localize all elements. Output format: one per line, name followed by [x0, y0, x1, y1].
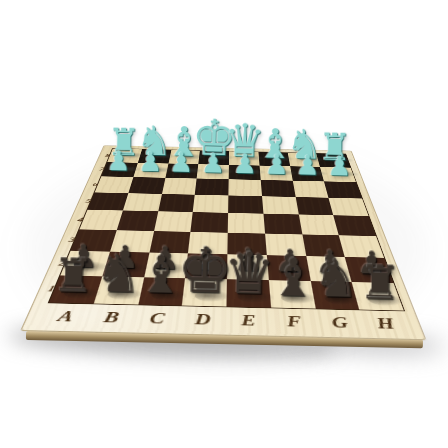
file-label-c: C: [148, 309, 167, 328]
file-label-h: H: [374, 314, 398, 333]
file-label-a: A: [55, 307, 78, 326]
pawn-glyph: ♟: [232, 151, 257, 178]
file-label-b: B: [102, 308, 123, 327]
rook-glyph: ♜: [52, 253, 95, 298]
pieces-layer: ♜♞♝♚♛♝♞♜♟♟♟♟♟♟♟♟♟♟♟♟♟♟♟♟♜♞♝♚♛♝♞♜: [49, 149, 404, 311]
file-label-f: F: [286, 312, 304, 331]
piece-dark-grey-rook: ♜: [49, 275, 102, 303]
pawn-glyph: ♟: [264, 151, 289, 178]
pawn-glyph: ♟: [106, 148, 131, 175]
pawn-glyph: ♟: [201, 150, 226, 177]
file-label-d: D: [194, 310, 212, 329]
piece-turquoise-pawn: ♟: [320, 167, 356, 182]
chessboard: 87654321 ABCDEFGH ♜♞♝♚♛♝♞♜♟♟♟♟♟♟♟♟♟♟♟♟♟♟…: [69, 62, 382, 375]
file-label-g: G: [330, 313, 351, 332]
piece-turquoise-pawn: ♟: [133, 163, 168, 178]
pawn-glyph: ♟: [295, 152, 320, 179]
piece-turquoise-pawn: ♟: [165, 163, 199, 178]
file-label-e: E: [241, 311, 257, 330]
rook-glyph: ♜: [359, 260, 402, 305]
pawn-glyph: ♟: [169, 149, 194, 176]
pawn-glyph: ♟: [327, 153, 352, 180]
board-surface: 87654321 ABCDEFGH ♜♞♝♚♛♝♞♜♟♟♟♟♟♟♟♟♟♟♟♟♟♟…: [20, 145, 427, 340]
piece-dark-grey-knight: ♞: [93, 276, 143, 305]
pawn-glyph: ♟: [138, 148, 163, 175]
piece-turquoise-pawn: ♟: [290, 166, 324, 181]
bishop-glyph: ♝: [269, 253, 316, 303]
piece-dark-grey-rook: ♜: [352, 282, 404, 311]
piece-turquoise-pawn: ♟: [101, 162, 137, 177]
piece-dark-grey-king: ♚: [182, 278, 227, 307]
piece-turquoise-pawn: ♟: [197, 164, 229, 179]
piece-turquoise-pawn: ♟: [229, 165, 261, 180]
piece-dark-grey-bishop: ♝: [269, 280, 316, 309]
piece-dark-grey-knight: ♞: [310, 281, 359, 310]
product-photo: 87654321 ABCDEFGH ♜♞♝♚♛♝♞♜♟♟♟♟♟♟♟♟♟♟♟♟♟♟…: [0, 0, 448, 448]
knight-glyph: ♞: [94, 249, 141, 299]
piece-turquoise-pawn: ♟: [259, 165, 292, 180]
king-glyph: ♚: [177, 241, 234, 302]
knight-glyph: ♞: [313, 254, 360, 304]
